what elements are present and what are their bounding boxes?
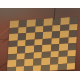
- page-background: { "game": "chess", "position": "8/8/8/8/…: [0, 0, 80, 80]
- board-grid: [7, 17, 78, 71]
- chessboard: [7, 17, 78, 71]
- square-b1: [15, 66, 24, 71]
- square-a1: [7, 66, 16, 71]
- square-h1: [66, 63, 75, 70]
- board-photo: [0, 8, 80, 71]
